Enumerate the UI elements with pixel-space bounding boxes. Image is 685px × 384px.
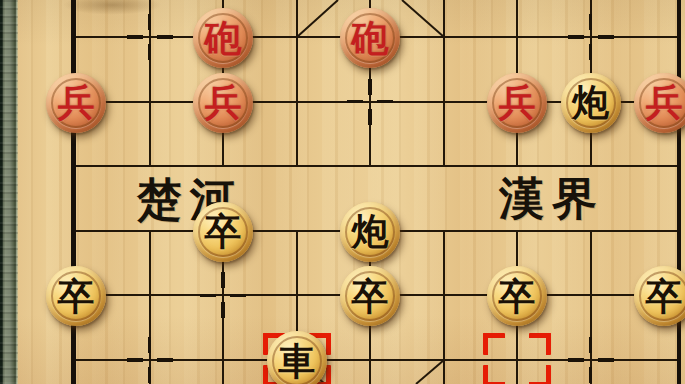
piece-character: 砲: [205, 20, 242, 57]
point-marker: [127, 14, 173, 60]
point-marker-arm: [568, 35, 584, 39]
piece-character: 卒: [58, 278, 95, 315]
piece-character: 卒: [499, 278, 536, 315]
point-marker-arm: [148, 367, 152, 383]
point-marker: [568, 337, 614, 383]
point-marker-arm: [368, 79, 372, 95]
point-marker: [127, 337, 173, 383]
last-move-from-marker: [483, 333, 551, 384]
point-marker-arm: [377, 100, 393, 104]
bracket-corner: [483, 333, 505, 355]
point-marker-arm: [598, 35, 614, 39]
point-marker: [200, 272, 246, 318]
point-marker-arm: [127, 358, 143, 362]
bracket-corner: [529, 333, 551, 355]
point-marker-arm: [148, 337, 152, 353]
piece-red-soldier[interactable]: 兵: [487, 73, 547, 133]
point-marker-arm: [589, 367, 593, 383]
point-marker-arm: [157, 358, 173, 362]
point-marker-arm: [589, 14, 593, 30]
point-marker-arm: [200, 294, 216, 298]
point-marker-arm: [568, 358, 584, 362]
point-marker: [568, 14, 614, 60]
piece-character: 卒: [646, 278, 683, 315]
piece-character: 卒: [205, 213, 242, 250]
piece-black-soldier[interactable]: 卒: [340, 266, 400, 326]
point-marker-arm: [230, 294, 246, 298]
piece-character: 車: [278, 343, 315, 380]
piece-character: 兵: [646, 84, 683, 121]
piece-black-cannon[interactable]: 炮: [340, 202, 400, 262]
point-marker-arm: [589, 44, 593, 60]
piece-character: 砲: [352, 20, 389, 57]
point-marker-arm: [157, 35, 173, 39]
piece-character: 卒: [352, 278, 389, 315]
piece-character: 炮: [572, 84, 609, 121]
piece-red-cannon[interactable]: 砲: [340, 8, 400, 68]
xiangqi-board[interactable]: 楚河 漢界 砲砲兵兵兵炮兵卒炮卒卒卒卒車: [0, 0, 685, 384]
point-marker-arm: [347, 100, 363, 104]
piece-red-soldier[interactable]: 兵: [634, 73, 685, 133]
point-marker-arm: [221, 302, 225, 318]
piece-red-cannon[interactable]: 砲: [193, 8, 253, 68]
piece-character: 兵: [58, 84, 95, 121]
piece-character: 炮: [352, 213, 389, 250]
point-marker-arm: [589, 337, 593, 353]
bracket-corner: [529, 365, 551, 384]
piece-character: 兵: [499, 84, 536, 121]
point-marker-arm: [221, 272, 225, 288]
point-marker-arm: [148, 14, 152, 30]
point-marker: [347, 79, 393, 125]
piece-red-soldier[interactable]: 兵: [46, 73, 106, 133]
point-marker-arm: [127, 35, 143, 39]
point-marker-arm: [598, 358, 614, 362]
bracket-corner: [483, 365, 505, 384]
piece-black-soldier[interactable]: 卒: [46, 266, 106, 326]
piece-red-soldier[interactable]: 兵: [193, 73, 253, 133]
piece-black-soldier[interactable]: 卒: [487, 266, 547, 326]
point-marker-arm: [368, 109, 372, 125]
piece-black-cannon[interactable]: 炮: [561, 73, 621, 133]
river-text-han-jie: 漢界: [499, 176, 605, 221]
piece-black-chariot[interactable]: 車: [267, 331, 327, 384]
point-marker-arm: [148, 44, 152, 60]
piece-character: 兵: [205, 84, 242, 121]
piece-black-soldier[interactable]: 卒: [193, 202, 253, 262]
